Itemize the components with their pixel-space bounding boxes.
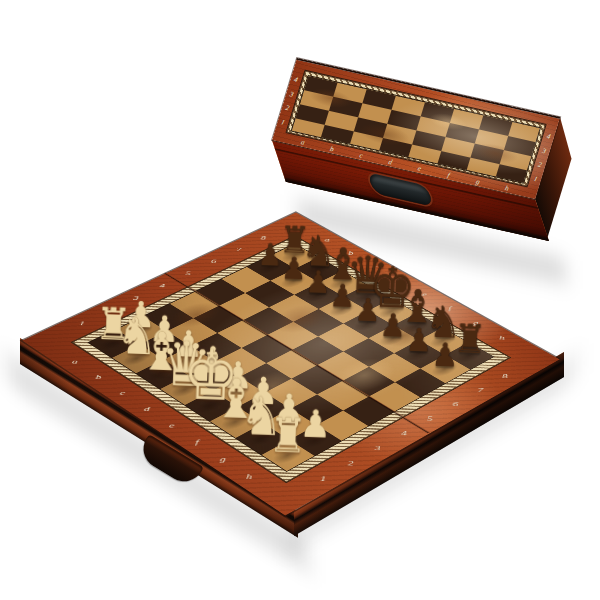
file-label-g-left: g xyxy=(220,455,226,463)
rank-label-8-bottom: 8 xyxy=(502,372,508,379)
rank-label-5-bottom: 5 xyxy=(427,414,433,421)
rank-label-5-top: 5 xyxy=(185,270,191,276)
rank-label-3-bottom: 3 xyxy=(375,444,381,452)
light-rook-glyph: ♜ xyxy=(258,411,318,460)
rank-label-4-top: 4 xyxy=(159,282,165,288)
chess-set-product-photo: abcdefgh44332211 aa11bb22cc33dd44ee55ff6… xyxy=(0,0,600,600)
file-label-a-left: a xyxy=(72,358,79,365)
box-rank-label-4-left: 4 xyxy=(293,76,299,84)
rank-label-7-bottom: 7 xyxy=(477,386,483,393)
dark-pawn-glyph: ♟ xyxy=(417,338,474,372)
box-rank-label-3-right: 3 xyxy=(541,146,547,154)
file-label-h-right: h xyxy=(499,334,505,341)
box-rank-label-4-right: 4 xyxy=(546,132,552,140)
file-label-e-left: e xyxy=(169,421,175,429)
file-label-b-left: b xyxy=(95,373,102,380)
rank-label-4-bottom: 4 xyxy=(401,429,407,437)
box-file-label-a: a xyxy=(300,138,306,146)
box-file-label-h: h xyxy=(504,184,510,192)
rank-label-2-bottom: 2 xyxy=(348,459,354,467)
box-rank-label-1-right: 1 xyxy=(533,175,539,183)
file-label-d-left: d xyxy=(144,405,151,412)
rank-label-6-top: 6 xyxy=(211,258,217,264)
box-file-label-b: b xyxy=(329,145,335,153)
file-label-f-left: f xyxy=(195,438,199,446)
open-board-perspective-wrap: aa11bb22cc33dd44ee55ff66gg77hh88♜♞♝♛♚♝♞♜… xyxy=(94,153,487,546)
file-label-c-left: c xyxy=(120,389,126,396)
rank-label-1-top: 1 xyxy=(79,320,86,327)
box-rank-label-3-left: 3 xyxy=(289,90,295,98)
box-rank-label-2-right: 2 xyxy=(537,161,543,169)
box-rank-label-2-left: 2 xyxy=(284,104,290,112)
rank-label-7-top: 7 xyxy=(236,246,242,252)
file-label-h-left: h xyxy=(246,472,252,480)
box-file-label-c: c xyxy=(358,151,363,159)
open-chess-board: aa11bb22cc33dd44ee55ff66gg77hh88♜♞♝♛♚♝♞♜… xyxy=(22,213,559,516)
rank-label-6-bottom: 6 xyxy=(452,400,458,407)
rank-label-1-bottom: 1 xyxy=(320,474,326,482)
box-rank-label-1-left: 1 xyxy=(280,118,286,126)
